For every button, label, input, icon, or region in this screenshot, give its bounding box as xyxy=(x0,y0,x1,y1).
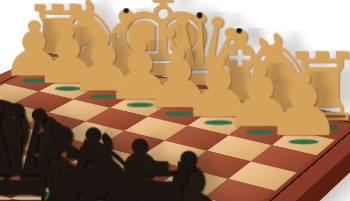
felt-base xyxy=(289,139,319,144)
black-rook-glyph-icon: ♜ xyxy=(106,137,215,201)
chess-set-photo: ♜♞♝♚♛♝♞♜♟♟♟♟♟♟♟♟♟♟♟♟♟♟♟♟♜♞♝♚♛♝♞♜ xyxy=(0,0,350,201)
black-rook-piece: ♜ xyxy=(61,159,260,201)
chess-board: ♜♞♝♚♛♝♞♜♟♟♟♟♟♟♟♟♟♟♟♟♟♟♟♟♜♞♝♚♛♝♞♜ xyxy=(0,53,350,201)
board-inlay-frame: ♜♞♝♚♛♝♞♜♟♟♟♟♟♟♟♟♟♟♟♟♟♟♟♟♜♞♝♚♛♝♞♜ xyxy=(0,59,350,201)
white-pawn-piece: ♟ xyxy=(224,71,350,143)
board-grid: ♜♞♝♚♛♝♞♜♟♟♟♟♟♟♟♟♟♟♟♟♟♟♟♟♜♞♝♚♛♝♞♜ xyxy=(0,61,350,201)
